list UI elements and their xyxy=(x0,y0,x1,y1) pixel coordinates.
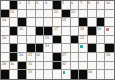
clue-number: 20 xyxy=(2,36,6,39)
crossword-cell-r7c5[interactable]: 26 xyxy=(36,53,45,62)
clue-number: 1 xyxy=(19,1,21,4)
black-cell-r8c3 xyxy=(18,62,27,71)
crossword-cell-r3c8[interactable]: 15 xyxy=(62,18,71,27)
crossword-cell-r8c6[interactable] xyxy=(44,62,53,71)
crossword-cell-r6c9[interactable] xyxy=(71,44,80,53)
crossword-cell-r1c1[interactable] xyxy=(1,1,10,10)
crossword-cell-r7c6[interactable] xyxy=(44,53,53,62)
clue-number: 11 xyxy=(10,10,14,13)
clue-number: 22 xyxy=(80,36,84,39)
clue-number: 14 xyxy=(2,18,6,21)
crossword-cell-r3c6[interactable] xyxy=(44,18,53,27)
black-cell-r4c5 xyxy=(36,27,45,36)
clue-number: 15 xyxy=(62,18,66,21)
clue-number: 12 xyxy=(54,10,58,13)
crossword-cell-r7c13[interactable]: 28 xyxy=(105,53,114,62)
crossword-cell-r5c6[interactable]: 21 xyxy=(44,36,53,45)
black-cell-r6c11 xyxy=(88,44,97,53)
clue-number: 2 xyxy=(28,1,30,4)
black-cell-r4c6 xyxy=(44,27,53,36)
clue-number: 19 xyxy=(97,27,101,30)
crossword-cell-r7c1[interactable] xyxy=(1,53,10,62)
crossword-cell-r5c5[interactable] xyxy=(36,36,45,45)
crossword-cell-r5c1[interactable]: 20 xyxy=(1,36,10,45)
crossword-cell-r2c9[interactable]: 13 xyxy=(71,10,80,19)
black-cell-r8c7 xyxy=(53,62,62,71)
crossword-cell-r1c8[interactable]: 5 xyxy=(62,1,71,10)
clue-number: 32 xyxy=(62,62,66,65)
clue-number: 23 xyxy=(45,44,49,47)
crossword-cell-r2c3[interactable] xyxy=(18,10,27,19)
crossword-cell-r1c12[interactable]: 9 xyxy=(97,1,106,10)
crossword-cell-r7c8[interactable]: 27 xyxy=(62,53,71,62)
clue-number: 13 xyxy=(71,10,75,13)
crossword-cell-r8c2[interactable]: 30 xyxy=(10,62,19,71)
clue-number: 27 xyxy=(62,53,66,56)
crossword-cell-r3c1[interactable]: 14 xyxy=(1,18,10,27)
black-cell-r4c11 xyxy=(88,27,97,36)
black-cell-r7c2 xyxy=(10,53,19,62)
crossword-cell-r8c5[interactable] xyxy=(36,62,45,71)
cell-color-mark xyxy=(80,45,83,48)
crossword-cell-r2c12[interactable] xyxy=(97,10,106,19)
crossword-cell-r3c11[interactable] xyxy=(88,18,97,27)
crossword-cell-r6c6[interactable]: 23 xyxy=(44,44,53,53)
crossword-cell-r5c10[interactable]: 22 xyxy=(79,36,88,45)
crossword-cell-r1c5[interactable]: 3 xyxy=(36,1,45,10)
clue-number: 18 xyxy=(80,27,84,30)
crossword-cell-r5c2[interactable] xyxy=(10,36,19,45)
crossword-cell-r1c3[interactable]: 1 xyxy=(18,1,27,10)
crossword-cell-r8c10[interactable] xyxy=(79,62,88,71)
cell-color-mark xyxy=(106,28,109,31)
crossword-cell-r6c3[interactable] xyxy=(18,44,27,53)
crossword-cell-r4c10[interactable]: 18 xyxy=(79,27,88,36)
black-cell-r1c7 xyxy=(53,1,62,10)
crossword-cell-r9c13[interactable] xyxy=(105,70,114,79)
black-cell-r9c1 xyxy=(1,70,10,79)
crossword-cell-r1c13[interactable]: 10 xyxy=(105,1,114,10)
crossword-cell-r6c8[interactable] xyxy=(62,44,71,53)
clue-number: 6 xyxy=(71,1,73,4)
clue-number: 16 xyxy=(19,27,23,30)
clue-number: 21 xyxy=(45,36,49,39)
clue-number: 4 xyxy=(45,1,47,4)
black-cell-r6c4 xyxy=(27,44,36,53)
crossword-grid: 1234567891011121314151617181920212223242… xyxy=(0,0,115,80)
crossword-cell-r9c4[interactable]: 33 xyxy=(27,70,36,79)
crossword-cell-r6c12[interactable] xyxy=(97,44,106,53)
clue-number: 10 xyxy=(106,1,110,4)
crossword-cell-r7c11[interactable] xyxy=(88,53,97,62)
black-cell-r5c9 xyxy=(71,36,80,45)
clue-number: 30 xyxy=(10,62,14,65)
crossword-cell-r5c13[interactable] xyxy=(105,36,114,45)
crossword-cell-r8c9[interactable] xyxy=(71,62,80,71)
crossword-cell-r8c1[interactable]: 29 xyxy=(1,62,10,71)
clue-number: 3 xyxy=(36,1,38,4)
crossword-cell-r5c11[interactable] xyxy=(88,36,97,45)
crossword-cell-r6c10[interactable] xyxy=(79,44,88,53)
black-cell-r2c8 xyxy=(62,10,71,19)
clue-number: 17 xyxy=(54,27,58,30)
crossword-cell-r1c11[interactable]: 8 xyxy=(88,1,97,10)
crossword-cell-r9c8[interactable] xyxy=(62,70,71,79)
clue-number: 5 xyxy=(62,1,64,4)
crossword-cell-r5c4[interactable] xyxy=(27,36,36,45)
crossword-cell-r3c13[interactable] xyxy=(105,18,114,27)
crossword-cell-r7c9[interactable] xyxy=(71,53,80,62)
clue-number: 29 xyxy=(2,62,6,65)
clue-number: 34 xyxy=(88,70,92,73)
black-cell-r7c7 xyxy=(53,53,62,62)
crossword-cell-r8c4[interactable]: 31 xyxy=(27,62,36,71)
crossword-cell-r1c9[interactable]: 6 xyxy=(71,1,80,10)
crossword-cell-r3c9[interactable] xyxy=(71,18,80,27)
clue-number: 26 xyxy=(36,53,40,56)
clue-number: 7 xyxy=(80,1,82,4)
crossword-cell-r2c5[interactable] xyxy=(36,10,45,19)
crossword-cell-r2c7[interactable]: 12 xyxy=(53,10,62,19)
crossword-cell-r2c13[interactable] xyxy=(105,10,114,19)
crossword-cell-r1c6[interactable]: 4 xyxy=(44,1,53,10)
black-cell-r4c2 xyxy=(10,27,19,36)
crossword-cell-r1c4[interactable]: 2 xyxy=(27,1,36,10)
clue-number: 28 xyxy=(106,53,110,56)
clue-number: 33 xyxy=(28,70,32,73)
clue-number: 24 xyxy=(19,53,23,56)
crossword-cell-r3c7[interactable] xyxy=(53,18,62,27)
clue-number: 9 xyxy=(97,1,99,4)
black-cell-r9c9 xyxy=(71,70,80,79)
black-cell-r6c2 xyxy=(10,44,19,53)
black-cell-r6c5 xyxy=(36,44,45,53)
black-cell-r3c3 xyxy=(18,18,27,27)
cell-color-mark xyxy=(63,71,66,74)
crossword-cell-r4c12[interactable]: 19 xyxy=(97,27,106,36)
crossword-cell-r5c12[interactable] xyxy=(97,36,106,45)
black-cell-r5c7 xyxy=(53,36,62,45)
crossword-cell-r4c1[interactable] xyxy=(1,27,10,36)
crossword-cell-r4c7[interactable]: 17 xyxy=(53,27,62,36)
crossword-cell-r2c4[interactable] xyxy=(27,10,36,19)
black-cell-r3c12 xyxy=(97,18,106,27)
crossword-cell-r4c13[interactable] xyxy=(105,27,114,36)
crossword-cell-r3c5[interactable] xyxy=(36,18,45,27)
crossword-cell-r9c7[interactable] xyxy=(53,70,62,79)
crossword-cell-r4c4[interactable] xyxy=(27,27,36,36)
crossword-cell-r9c11[interactable]: 34 xyxy=(88,70,97,79)
clue-number: 31 xyxy=(28,62,32,65)
crossword-cell-r7c3[interactable]: 24 xyxy=(18,53,27,62)
black-cell-r1c2 xyxy=(10,1,19,10)
crossword-cell-r4c8[interactable] xyxy=(62,27,71,36)
crossword-cell-r2c10[interactable] xyxy=(79,10,88,19)
crossword-cell-r2c11[interactable] xyxy=(88,10,97,19)
crossword-cell-r8c11[interactable] xyxy=(88,62,97,71)
clue-number: 25 xyxy=(28,53,32,56)
clue-number: 8 xyxy=(88,1,90,4)
crossword-cell-r3c2[interactable] xyxy=(10,18,19,27)
crossword-cell-r7c10[interactable] xyxy=(79,53,88,62)
crossword-cell-r3c4[interactable] xyxy=(27,18,36,27)
crossword-cell-r7c12[interactable] xyxy=(97,53,106,62)
crossword-cell-r8c12[interactable] xyxy=(97,62,106,71)
crossword-cell-r1c10[interactable]: 7 xyxy=(79,1,88,10)
crossword-cell-r9c12[interactable] xyxy=(97,70,106,79)
crossword-cell-r2c2[interactable]: 11 xyxy=(10,10,19,19)
crossword-cell-r2c6[interactable] xyxy=(44,10,53,19)
crossword-cell-r9c2[interactable] xyxy=(10,70,19,79)
black-cell-r6c13 xyxy=(105,44,114,53)
crossword-cell-r4c9[interactable] xyxy=(71,27,80,36)
crossword-cell-r8c8[interactable]: 32 xyxy=(62,62,71,71)
black-cell-r2c1 xyxy=(1,10,10,19)
crossword-cell-r6c7[interactable] xyxy=(53,44,62,53)
black-cell-r3c10 xyxy=(79,18,88,27)
crossword-cell-r6c1[interactable] xyxy=(1,44,10,53)
crossword-cell-r4c3[interactable]: 16 xyxy=(18,27,27,36)
black-cell-r9c3 xyxy=(18,70,27,79)
crossword-cell-r5c3[interactable] xyxy=(18,36,27,45)
crossword-cell-r7c4[interactable]: 25 xyxy=(27,53,36,62)
crossword-cell-r8c13[interactable] xyxy=(105,62,114,71)
black-cell-r9c10 xyxy=(79,70,88,79)
crossword-cell-r5c8[interactable] xyxy=(62,36,71,45)
crossword-cell-r9c6[interactable] xyxy=(44,70,53,79)
crossword-cell-r9c5[interactable] xyxy=(36,70,45,79)
